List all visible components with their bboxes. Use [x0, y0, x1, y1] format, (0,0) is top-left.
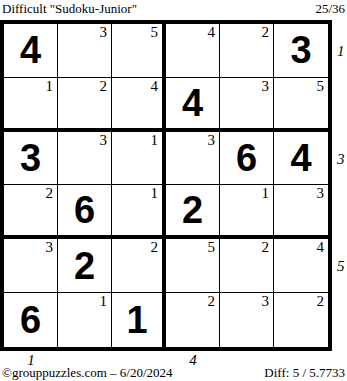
cell-r4c4[interactable]: 2 [166, 185, 220, 239]
pencil-mark: 4 [208, 25, 216, 40]
cell-r3c1[interactable]: 3 [4, 132, 58, 186]
given-digit: 2 [166, 185, 219, 235]
pencil-mark: 3 [317, 186, 325, 201]
cell-r6c2[interactable]: 1 [58, 293, 112, 347]
cell-r5c3[interactable]: 2 [112, 239, 166, 293]
row-label-5: 5 [337, 259, 345, 274]
given-digit: 3 [4, 132, 57, 185]
pencil-mark: 1 [262, 186, 270, 201]
puzzle-title: Difficult "Sudoku-Junior" [2, 1, 137, 17]
pencil-mark: 2 [208, 294, 216, 309]
cell-r4c6[interactable]: 3 [274, 185, 328, 239]
pencil-mark: 1 [100, 294, 108, 309]
cell-r2c1[interactable]: 1 [4, 78, 58, 132]
pencil-mark: 2 [151, 240, 159, 255]
cell-r1c2[interactable]: 3 [58, 24, 112, 78]
cell-r3c2[interactable]: 3 [58, 132, 112, 186]
col-label-4: 4 [189, 353, 197, 368]
given-digit: 6 [4, 293, 57, 347]
cell-r6c6[interactable]: 2 [274, 293, 328, 347]
given-digit: 3 [274, 24, 328, 77]
cell-r5c2[interactable]: 2 [58, 239, 112, 293]
pencil-mark: 1 [151, 133, 159, 148]
given-digit: 4 [166, 78, 219, 128]
pencil-mark: 1 [46, 79, 54, 94]
given-digit: 6 [58, 185, 111, 235]
pencil-mark: 4 [317, 240, 325, 255]
pencil-mark: 2 [262, 240, 270, 255]
given-digit: 4 [4, 24, 57, 77]
row-label-1: 1 [337, 44, 345, 59]
pencil-mark: 2 [262, 25, 270, 40]
cell-r3c6[interactable]: 4 [274, 132, 328, 186]
cell-r4c1[interactable]: 2 [4, 185, 58, 239]
cell-r1c5[interactable]: 2 [220, 24, 274, 78]
progress-counter: 25/36 [315, 1, 345, 17]
cell-r6c1[interactable]: 6 [4, 293, 58, 347]
cell-r5c6[interactable]: 4 [274, 239, 328, 293]
given-digit: 2 [58, 239, 111, 292]
pencil-mark: 5 [208, 240, 216, 255]
cell-r3c4[interactable]: 3 [166, 132, 220, 186]
cell-r2c3[interactable]: 4 [112, 78, 166, 132]
pencil-mark: 2 [317, 294, 325, 309]
given-digit: 1 [112, 293, 162, 347]
cell-r2c5[interactable]: 3 [220, 78, 274, 132]
cell-r6c5[interactable]: 3 [220, 293, 274, 347]
given-digit: 4 [274, 132, 328, 185]
difficulty-text: Diff: 5 / 5.7733 [264, 365, 345, 381]
cell-r6c4[interactable]: 2 [166, 293, 220, 347]
pencil-mark: 3 [262, 79, 270, 94]
cell-r4c2[interactable]: 6 [58, 185, 112, 239]
col-label-1: 1 [27, 353, 35, 368]
cell-r5c1[interactable]: 3 [4, 239, 58, 293]
row-label-3: 3 [337, 152, 345, 167]
cell-r2c4[interactable]: 4 [166, 78, 220, 132]
cell-r5c5[interactable]: 2 [220, 239, 274, 293]
cell-r3c3[interactable]: 1 [112, 132, 166, 186]
puzzle-page: Difficult "Sudoku-Junior" 25/36 43542312… [0, 0, 347, 381]
pencil-mark: 3 [100, 133, 108, 148]
pencil-mark: 5 [151, 25, 159, 40]
cell-r1c4[interactable]: 4 [166, 24, 220, 78]
cell-r1c6[interactable]: 3 [274, 24, 328, 78]
pencil-mark: 3 [100, 25, 108, 40]
pencil-mark: 1 [151, 186, 159, 201]
pencil-mark: 3 [208, 133, 216, 148]
cell-r3c5[interactable]: 6 [220, 132, 274, 186]
cell-r6c3[interactable]: 1 [112, 293, 166, 347]
cell-r2c2[interactable]: 2 [58, 78, 112, 132]
cell-r4c5[interactable]: 1 [220, 185, 274, 239]
pencil-mark: 4 [151, 79, 159, 94]
cell-r5c4[interactable]: 5 [166, 239, 220, 293]
given-digit: 6 [220, 132, 273, 185]
pencil-mark: 2 [46, 186, 54, 201]
cell-r2c6[interactable]: 5 [274, 78, 328, 132]
pencil-mark: 3 [46, 240, 54, 255]
cell-r1c1[interactable]: 4 [4, 24, 58, 78]
pencil-mark: 3 [262, 294, 270, 309]
pencil-mark: 5 [317, 79, 325, 94]
cell-r4c3[interactable]: 1 [112, 185, 166, 239]
pencil-mark: 2 [100, 79, 108, 94]
cell-r1c3[interactable]: 5 [112, 24, 166, 78]
board: 435423124435331364261213322524611232 [0, 20, 332, 351]
